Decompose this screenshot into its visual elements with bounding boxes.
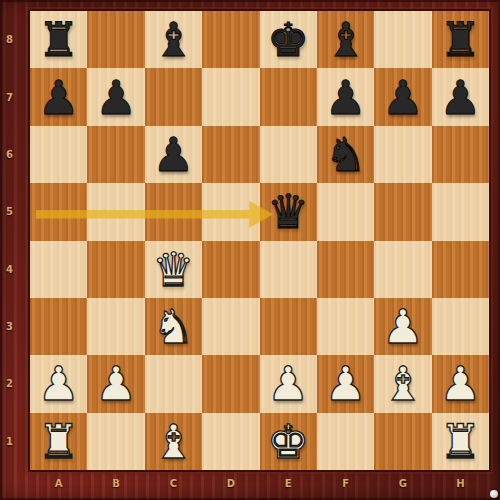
black-pawn-c6[interactable]: ♟ — [145, 126, 202, 183]
white-pawn-f2[interactable]: ♟ — [317, 355, 374, 412]
square-f3[interactable] — [317, 298, 374, 355]
white-pawn-g3[interactable]: ♟ — [374, 298, 431, 355]
file-label-a: A — [30, 470, 87, 496]
rank-label-3: 3 — [0, 298, 19, 355]
square-c2[interactable] — [145, 355, 202, 412]
square-d8[interactable] — [202, 11, 259, 68]
square-b1[interactable] — [87, 413, 144, 470]
square-d2[interactable] — [202, 355, 259, 412]
square-g6[interactable] — [374, 126, 431, 183]
black-bishop-f8[interactable]: ♝ — [317, 11, 374, 68]
black-pawn-a7[interactable]: ♟ — [30, 68, 87, 125]
square-b5[interactable] — [87, 183, 144, 240]
square-e4[interactable] — [260, 241, 317, 298]
chess-board-frame: ♜♝♚♝♜♟♟♟♟♟♟♞♛♛♞♟♟♟♟♟♝♟♜♝♚♜ 87654321 ABCD… — [0, 0, 500, 500]
white-knight-c3[interactable]: ♞ — [145, 298, 202, 355]
square-d4[interactable] — [202, 241, 259, 298]
rank-label-5: 5 — [0, 183, 19, 240]
white-pawn-e2[interactable]: ♟ — [260, 355, 317, 412]
square-d3[interactable] — [202, 298, 259, 355]
rank-label-2: 2 — [0, 355, 19, 412]
square-e3[interactable] — [260, 298, 317, 355]
black-knight-f6[interactable]: ♞ — [317, 126, 374, 183]
square-h3[interactable] — [432, 298, 489, 355]
square-f1[interactable] — [317, 413, 374, 470]
file-label-h: H — [432, 470, 489, 496]
file-label-f: F — [317, 470, 374, 496]
white-pawn-h2[interactable]: ♟ — [432, 355, 489, 412]
square-d7[interactable] — [202, 68, 259, 125]
square-a6[interactable] — [30, 126, 87, 183]
square-h6[interactable] — [432, 126, 489, 183]
square-b8[interactable] — [87, 11, 144, 68]
white-pawn-a2[interactable]: ♟ — [30, 355, 87, 412]
square-b6[interactable] — [87, 126, 144, 183]
square-h4[interactable] — [432, 241, 489, 298]
black-king-e8[interactable]: ♚ — [260, 11, 317, 68]
white-rook-a1[interactable]: ♜ — [30, 413, 87, 470]
square-a3[interactable] — [30, 298, 87, 355]
square-a4[interactable] — [30, 241, 87, 298]
file-label-b: B — [87, 470, 144, 496]
board-wrap: ♜♝♚♝♜♟♟♟♟♟♟♞♛♛♞♟♟♟♟♟♝♟♜♝♚♜ — [30, 11, 489, 470]
square-e7[interactable] — [260, 68, 317, 125]
square-c7[interactable] — [145, 68, 202, 125]
square-h5[interactable] — [432, 183, 489, 240]
black-pawn-f7[interactable]: ♟ — [317, 68, 374, 125]
black-pawn-b7[interactable]: ♟ — [87, 68, 144, 125]
white-queen-c4[interactable]: ♛ — [145, 241, 202, 298]
square-f4[interactable] — [317, 241, 374, 298]
black-rook-h8[interactable]: ♜ — [432, 11, 489, 68]
white-rook-h1[interactable]: ♜ — [432, 413, 489, 470]
square-a5[interactable] — [30, 183, 87, 240]
square-b3[interactable] — [87, 298, 144, 355]
rank-label-1: 1 — [0, 413, 19, 470]
square-d5[interactable] — [202, 183, 259, 240]
black-pawn-g7[interactable]: ♟ — [374, 68, 431, 125]
black-bishop-c8[interactable]: ♝ — [145, 11, 202, 68]
square-d1[interactable] — [202, 413, 259, 470]
square-g1[interactable] — [374, 413, 431, 470]
square-e6[interactable] — [260, 126, 317, 183]
white-king-e1[interactable]: ♚ — [260, 413, 317, 470]
square-g8[interactable] — [374, 11, 431, 68]
file-label-c: C — [145, 470, 202, 496]
black-queen-e5[interactable]: ♛ — [260, 183, 317, 240]
white-bishop-c1[interactable]: ♝ — [145, 413, 202, 470]
square-f5[interactable] — [317, 183, 374, 240]
corner-dot-icon — [490, 490, 498, 498]
rank-label-4: 4 — [0, 241, 19, 298]
rank-label-6: 6 — [0, 126, 19, 183]
white-bishop-g2[interactable]: ♝ — [374, 355, 431, 412]
black-rook-a8[interactable]: ♜ — [30, 11, 87, 68]
square-b4[interactable] — [87, 241, 144, 298]
file-label-d: D — [202, 470, 259, 496]
square-c5[interactable] — [145, 183, 202, 240]
square-g4[interactable] — [374, 241, 431, 298]
file-labels: ABCDEFGH — [30, 470, 489, 500]
square-g5[interactable] — [374, 183, 431, 240]
file-label-g: G — [374, 470, 431, 496]
rank-label-8: 8 — [0, 11, 19, 68]
rank-labels: 87654321 — [0, 11, 19, 470]
white-pawn-b2[interactable]: ♟ — [87, 355, 144, 412]
file-label-e: E — [260, 470, 317, 496]
black-pawn-h7[interactable]: ♟ — [432, 68, 489, 125]
rank-label-7: 7 — [0, 68, 19, 125]
square-d6[interactable] — [202, 126, 259, 183]
